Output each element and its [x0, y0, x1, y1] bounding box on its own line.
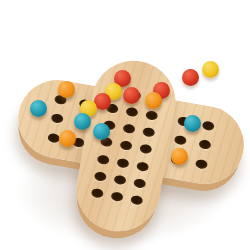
board-hole[interactable]: [195, 159, 208, 170]
board-hole[interactable]: [202, 121, 215, 132]
loose-ball-red[interactable]: [182, 69, 199, 86]
board-hole[interactable]: [91, 188, 104, 199]
board-hole[interactable]: [110, 191, 123, 202]
hole-cell: [125, 190, 148, 210]
ball-teal[interactable]: [184, 115, 201, 132]
ball-orange[interactable]: [145, 92, 162, 109]
board-hole[interactable]: [113, 174, 126, 185]
board-hole[interactable]: [125, 107, 138, 118]
hole-cell: [188, 152, 216, 175]
board-scene: [0, 0, 250, 250]
ball-teal[interactable]: [74, 113, 91, 130]
board-hole[interactable]: [133, 178, 146, 189]
ball-teal[interactable]: [93, 123, 110, 140]
board-hole[interactable]: [174, 135, 187, 146]
board-hole[interactable]: [116, 157, 129, 168]
board-hole[interactable]: [50, 113, 63, 124]
board-hole[interactable]: [142, 127, 155, 138]
ball-teal[interactable]: [30, 100, 47, 117]
board-hole[interactable]: [145, 110, 158, 121]
loose-ball-yellow[interactable]: [202, 61, 219, 78]
board-hole[interactable]: [199, 140, 212, 151]
board-hole[interactable]: [119, 141, 132, 152]
board-hole[interactable]: [136, 161, 149, 172]
board-hole[interactable]: [97, 154, 110, 165]
ball-orange[interactable]: [171, 148, 188, 165]
ball-red[interactable]: [123, 87, 140, 104]
board-hole[interactable]: [139, 144, 152, 155]
ball-orange[interactable]: [59, 130, 76, 147]
board-hole[interactable]: [130, 195, 143, 206]
ball-orange[interactable]: [58, 81, 75, 98]
board-hole[interactable]: [122, 124, 135, 135]
board-hole[interactable]: [94, 171, 107, 182]
